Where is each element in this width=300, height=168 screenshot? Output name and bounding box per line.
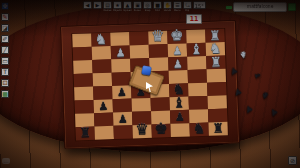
flip-button[interactable]: ⤿Flip bbox=[183, 1, 192, 12]
zones-button[interactable]: ▣Zones bbox=[133, 1, 142, 12]
score-counter[interactable]: 11 bbox=[186, 14, 202, 24]
square-e1[interactable]: ♚ bbox=[151, 124, 170, 138]
white-pawn[interactable]: ♟ bbox=[168, 45, 187, 57]
undo-button[interactable]: ◀ bbox=[83, 1, 92, 9]
bag-tool-button[interactable]: ▩ bbox=[1, 90, 9, 98]
square-d1[interactable]: ♛ bbox=[132, 124, 151, 138]
zones-label: Zones bbox=[134, 9, 141, 10]
captured-black-piece[interactable]: ♟ bbox=[235, 87, 243, 98]
menu-button[interactable]: ☰Menu bbox=[173, 1, 182, 12]
square-b6[interactable] bbox=[92, 59, 111, 73]
blue-die[interactable] bbox=[141, 65, 151, 75]
pen-tool-button[interactable]: ✐ bbox=[1, 35, 9, 43]
square-f7[interactable]: ♟ bbox=[168, 43, 187, 57]
square-h1[interactable]: ♜ bbox=[208, 122, 227, 136]
white-knight[interactable]: ♞ bbox=[206, 41, 225, 56]
black-rook[interactable]: ♜ bbox=[76, 126, 95, 140]
square-c1[interactable] bbox=[113, 125, 132, 139]
square-g6[interactable] bbox=[187, 56, 206, 70]
draw-tool-button[interactable]: ✎ bbox=[1, 13, 9, 21]
captured-black-piece[interactable]: ♞ bbox=[262, 90, 270, 101]
snap-button[interactable]: ◎Snap bbox=[143, 1, 152, 12]
chat-icon[interactable]: … bbox=[2, 158, 10, 164]
square-a1[interactable]: ♜ bbox=[76, 126, 95, 140]
dice-tool-button[interactable]: ⚃ bbox=[1, 79, 9, 87]
erase-tool-button[interactable]: ◪ bbox=[1, 24, 9, 32]
grid-label: Grid bbox=[155, 9, 160, 10]
square-b8[interactable]: ♞ bbox=[91, 33, 110, 47]
captured-black-piece[interactable]: ♟ bbox=[271, 107, 279, 117]
black-pawn[interactable]: ♟ bbox=[112, 87, 131, 99]
square-e8[interactable]: ♛ bbox=[148, 31, 167, 45]
white-knight[interactable]: ♞ bbox=[91, 31, 110, 46]
black-pawn[interactable]: ♟ bbox=[113, 113, 132, 125]
square-a3[interactable] bbox=[75, 100, 94, 114]
text-tool-button[interactable]: T bbox=[1, 68, 9, 76]
square-d7[interactable] bbox=[130, 45, 149, 59]
square-b5[interactable] bbox=[93, 73, 112, 87]
square-h4[interactable] bbox=[207, 82, 226, 96]
square-b2[interactable] bbox=[94, 113, 113, 127]
square-g7[interactable]: ♝ bbox=[187, 43, 206, 57]
mute-button[interactable]: ⊘ bbox=[288, 156, 297, 165]
objects-button[interactable]: ★Objects bbox=[113, 1, 122, 12]
square-b4[interactable] bbox=[93, 86, 112, 100]
white-king[interactable]: ♚ bbox=[167, 28, 187, 44]
top-toolbar: ◀ ▶ ▤Games★Objects▲Upload▣Zones◎Snap■Gri… bbox=[83, 1, 206, 12]
games-button[interactable]: ▤Games bbox=[103, 1, 112, 12]
line-tool-button[interactable]: ╱ bbox=[1, 46, 9, 54]
player-name: mattfalcone bbox=[247, 5, 274, 9]
flip-label: Flip bbox=[185, 9, 189, 10]
box-tool-button[interactable]: ▭ bbox=[1, 57, 9, 65]
upload-label: Upload bbox=[124, 9, 132, 10]
square-g5[interactable] bbox=[188, 69, 207, 83]
player-name-box[interactable]: mattfalcone bbox=[233, 2, 287, 12]
menu-label: Menu bbox=[174, 9, 180, 10]
white-queen[interactable]: ♛ bbox=[148, 28, 168, 44]
grab-tool-button[interactable]: ✥ bbox=[1, 2, 9, 10]
square-a6[interactable] bbox=[73, 60, 92, 74]
square-d8[interactable] bbox=[129, 31, 148, 45]
white-pawn[interactable]: ♟ bbox=[111, 47, 130, 59]
collapse-players-icon[interactable] bbox=[226, 6, 232, 9]
black-rook[interactable]: ♜ bbox=[208, 121, 227, 135]
player-color-chip[interactable] bbox=[288, 3, 296, 11]
white-pawn[interactable]: ♟ bbox=[168, 58, 187, 70]
square-f8[interactable]: ♚ bbox=[167, 30, 186, 44]
square-d3[interactable] bbox=[132, 98, 151, 112]
black-knight[interactable]: ♞ bbox=[189, 121, 208, 136]
square-g4[interactable] bbox=[188, 83, 207, 97]
square-c8[interactable] bbox=[110, 32, 129, 46]
square-b3[interactable]: ♟ bbox=[94, 99, 113, 113]
square-f6[interactable]: ♟ bbox=[168, 57, 187, 71]
player-plate[interactable]: mattfalcone bbox=[226, 2, 296, 12]
square-c7[interactable]: ♟ bbox=[111, 45, 130, 59]
square-h5[interactable] bbox=[207, 69, 226, 83]
square-f3[interactable]: ♝ bbox=[170, 97, 189, 111]
square-h6[interactable]: ♜ bbox=[206, 55, 225, 69]
hands-label: Hands bbox=[164, 9, 171, 10]
black-queen[interactable]: ♛ bbox=[132, 122, 152, 138]
square-e3[interactable] bbox=[151, 97, 170, 111]
chessboard-wrap: ♞♛♚♜♟♟♝♞♟♜♟♟♞♟♝♟♟♜♛♚♞♜ bbox=[60, 20, 242, 168]
grid-button[interactable]: ■Grid bbox=[153, 1, 162, 12]
hands-button[interactable]: ✋Hands bbox=[163, 1, 172, 12]
white-rook[interactable]: ♜ bbox=[206, 55, 225, 69]
square-a4[interactable] bbox=[74, 87, 93, 101]
objects-label: Objects bbox=[113, 9, 122, 10]
square-b7[interactable] bbox=[92, 46, 111, 60]
black-bishop[interactable]: ♝ bbox=[169, 95, 188, 110]
square-c4[interactable]: ♟ bbox=[112, 85, 131, 99]
black-king[interactable]: ♚ bbox=[151, 121, 171, 137]
captured-black-piece[interactable]: ♟ bbox=[246, 104, 253, 114]
game-screen: ♞♛♚♜♟♟♝♞♟♜♟♟♞♟♝♟♟♜♛♚♞♜ ♞♟♝♟♞♟♟ 11 ◀ ▶ ▤G… bbox=[0, 0, 300, 168]
square-e7[interactable] bbox=[149, 44, 168, 58]
square-a5[interactable] bbox=[74, 73, 93, 87]
square-c6[interactable] bbox=[111, 59, 130, 73]
rotation-degrees-indicator[interactable]: 15° bbox=[193, 1, 206, 9]
square-g3[interactable] bbox=[189, 96, 208, 110]
captured-black-piece[interactable]: ♟ bbox=[231, 66, 239, 76]
counter-value: 11 bbox=[187, 15, 201, 23]
square-g1[interactable]: ♞ bbox=[189, 123, 208, 137]
left-toolbar: ✥✎◪✐╱▭T⚃▩ bbox=[1, 2, 9, 98]
square-f2[interactable]: ♟ bbox=[170, 110, 189, 124]
black-pawn[interactable]: ♟ bbox=[94, 101, 113, 113]
square-h3[interactable] bbox=[208, 95, 227, 109]
square-a8[interactable] bbox=[72, 33, 91, 47]
square-b1[interactable] bbox=[95, 126, 114, 140]
square-c2[interactable]: ♟ bbox=[113, 112, 132, 126]
square-c3[interactable] bbox=[113, 99, 132, 113]
square-a7[interactable] bbox=[73, 47, 92, 61]
white-bishop[interactable]: ♝ bbox=[187, 41, 206, 56]
snap-label: Snap bbox=[145, 9, 151, 10]
redo-button[interactable]: ▶ bbox=[93, 1, 102, 9]
square-e6[interactable] bbox=[149, 57, 168, 71]
games-label: Games bbox=[104, 9, 112, 10]
upload-button[interactable]: ▲Upload bbox=[123, 1, 132, 12]
square-f1[interactable] bbox=[170, 123, 189, 137]
black-pawn[interactable]: ♟ bbox=[170, 111, 189, 123]
